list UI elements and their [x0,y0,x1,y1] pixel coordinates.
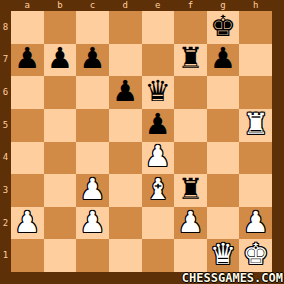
piece-white-pawn: ♟ [80,175,106,204]
square-d4[interactable] [109,142,142,175]
piece-black-pawn: ♟ [14,44,40,73]
square-g1[interactable]: ♛ [207,239,240,272]
square-g6[interactable] [207,76,240,109]
square-a5[interactable] [11,109,44,142]
square-b8[interactable] [44,11,77,44]
square-f3[interactable]: ♜ [174,174,207,207]
square-h4[interactable] [239,142,272,175]
square-a4[interactable] [11,142,44,175]
square-h6[interactable] [239,76,272,109]
square-e3[interactable]: ♝ [142,174,175,207]
square-e1[interactable] [142,239,175,272]
square-b4[interactable] [44,142,77,175]
square-a7[interactable]: ♟ [11,44,44,77]
rank-label-8: 8 [0,11,11,44]
piece-black-pawn: ♟ [80,44,106,73]
square-b2[interactable] [44,207,77,240]
square-c3[interactable]: ♟ [76,174,109,207]
file-label-c: c [76,0,109,11]
square-a6[interactable] [11,76,44,109]
piece-white-pawn: ♟ [177,208,203,237]
piece-black-pawn: ♟ [145,110,171,139]
file-label-h: h [239,0,272,11]
square-h1[interactable]: ♚ [239,239,272,272]
piece-black-rook: ♜ [177,44,203,73]
square-g3[interactable] [207,174,240,207]
square-c1[interactable] [76,239,109,272]
piece-black-king: ♚ [210,12,236,41]
rank-label-3: 3 [0,174,11,207]
piece-black-pawn: ♟ [210,44,236,73]
square-f4[interactable] [174,142,207,175]
file-label-f: f [174,0,207,11]
square-d2[interactable] [109,207,142,240]
square-h8[interactable] [239,11,272,44]
square-f7[interactable]: ♜ [174,44,207,77]
rank-labels: 87654321 [0,11,11,272]
square-c2[interactable]: ♟ [76,207,109,240]
square-d1[interactable] [109,239,142,272]
rank-label-4: 4 [0,142,11,175]
square-b1[interactable] [44,239,77,272]
square-d3[interactable] [109,174,142,207]
square-e8[interactable] [142,11,175,44]
piece-black-queen: ♛ [145,77,171,106]
square-f6[interactable] [174,76,207,109]
piece-white-pawn: ♟ [80,208,106,237]
square-f8[interactable] [174,11,207,44]
square-e4[interactable]: ♟ [142,142,175,175]
square-e6[interactable]: ♛ [142,76,175,109]
square-b5[interactable] [44,109,77,142]
chess-board-frame: abcdefgh 87654321 ♚♟♟♟♜♟♟♛♟♜♟♟♝♜♟♟♟♟♛♚ C… [0,0,284,284]
square-c5[interactable] [76,109,109,142]
piece-white-pawn: ♟ [14,208,40,237]
piece-white-rook: ♜ [243,110,269,139]
square-d6[interactable]: ♟ [109,76,142,109]
square-b3[interactable] [44,174,77,207]
square-h3[interactable] [239,174,272,207]
square-a1[interactable] [11,239,44,272]
chess-board: ♚♟♟♟♜♟♟♛♟♜♟♟♝♜♟♟♟♟♛♚ [11,11,272,272]
square-b7[interactable]: ♟ [44,44,77,77]
square-a2[interactable]: ♟ [11,207,44,240]
square-d8[interactable] [109,11,142,44]
piece-white-pawn: ♟ [243,208,269,237]
square-d7[interactable] [109,44,142,77]
piece-white-queen: ♛ [210,240,236,269]
piece-black-rook: ♜ [177,175,203,204]
square-e5[interactable]: ♟ [142,109,175,142]
square-f5[interactable] [174,109,207,142]
rank-label-5: 5 [0,109,11,142]
piece-white-bishop: ♝ [145,175,171,204]
chessgames-watermark: CHESSGAMES.COM [182,272,283,284]
square-f1[interactable] [174,239,207,272]
square-h5[interactable]: ♜ [239,109,272,142]
square-g2[interactable] [207,207,240,240]
file-label-b: b [44,0,77,11]
square-b6[interactable] [44,76,77,109]
square-e2[interactable] [142,207,175,240]
square-f2[interactable]: ♟ [174,207,207,240]
file-label-d: d [109,0,142,11]
rank-label-1: 1 [0,239,11,272]
square-g7[interactable]: ♟ [207,44,240,77]
square-d5[interactable] [109,109,142,142]
square-g8[interactable]: ♚ [207,11,240,44]
square-h2[interactable]: ♟ [239,207,272,240]
rank-label-2: 2 [0,207,11,240]
file-label-a: a [11,0,44,11]
rank-label-6: 6 [0,76,11,109]
square-e7[interactable] [142,44,175,77]
square-g5[interactable] [207,109,240,142]
square-c6[interactable] [76,76,109,109]
square-c8[interactable] [76,11,109,44]
piece-white-pawn: ♟ [145,142,171,171]
file-label-e: e [142,0,175,11]
square-a3[interactable] [11,174,44,207]
square-h7[interactable] [239,44,272,77]
square-c4[interactable] [76,142,109,175]
square-c7[interactable]: ♟ [76,44,109,77]
square-g4[interactable] [207,142,240,175]
piece-black-pawn: ♟ [47,44,73,73]
piece-black-pawn: ♟ [112,77,138,106]
piece-white-king: ♚ [243,240,269,269]
rank-label-7: 7 [0,44,11,77]
square-a8[interactable] [11,11,44,44]
